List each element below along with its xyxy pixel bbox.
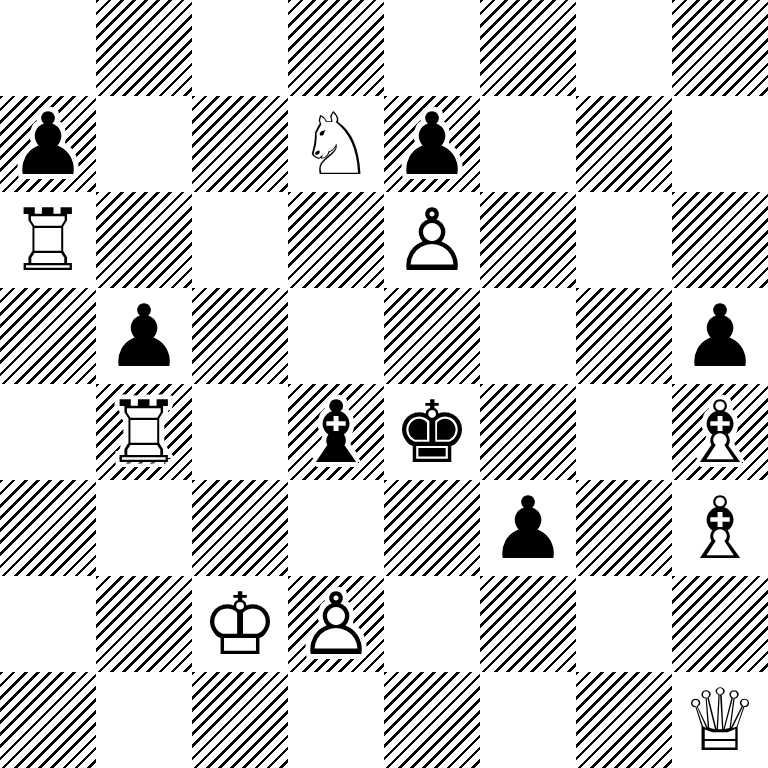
- square-a3[interactable]: [0, 480, 96, 576]
- square-a7[interactable]: ♟♟: [0, 96, 96, 192]
- piece-black-bishop[interactable]: ♝♝: [288, 384, 384, 480]
- square-f6[interactable]: [480, 192, 576, 288]
- square-c3[interactable]: [192, 480, 288, 576]
- square-e5[interactable]: [384, 288, 480, 384]
- square-c1[interactable]: [192, 672, 288, 768]
- piece-white-pawn[interactable]: ♟♙: [384, 192, 480, 288]
- square-d3[interactable]: [288, 480, 384, 576]
- square-e3[interactable]: [384, 480, 480, 576]
- piece-black-pawn[interactable]: ♟♟: [672, 288, 768, 384]
- piece-black-pawn[interactable]: ♟♟: [96, 288, 192, 384]
- square-e7[interactable]: ♟♟: [384, 96, 480, 192]
- square-b1[interactable]: [96, 672, 192, 768]
- black-pawn-glyph: ♟: [0, 96, 96, 192]
- square-g5[interactable]: [576, 288, 672, 384]
- white-king-glyph: ♔: [192, 576, 288, 672]
- square-f1[interactable]: [480, 672, 576, 768]
- square-a5[interactable]: [0, 288, 96, 384]
- square-g1[interactable]: [576, 672, 672, 768]
- square-e1[interactable]: [384, 672, 480, 768]
- square-d5[interactable]: [288, 288, 384, 384]
- white-rook-glyph: ♖: [96, 384, 192, 480]
- black-pawn-glyph: ♟: [96, 288, 192, 384]
- chess-diagram: ♟♟♞♘♟♟♜♖♟♙♟♟♟♟♜♖♝♝♚♚♝♗♟♟♝♗♚♔♟♙♛♕: [0, 0, 768, 768]
- piece-white-pawn[interactable]: ♟♙: [288, 576, 384, 672]
- square-g4[interactable]: [576, 384, 672, 480]
- square-h4[interactable]: ♝♗: [672, 384, 768, 480]
- square-b5[interactable]: ♟♟: [96, 288, 192, 384]
- square-b8[interactable]: [96, 0, 192, 96]
- square-b6[interactable]: [96, 192, 192, 288]
- white-queen-glyph: ♕: [672, 672, 768, 768]
- square-g2[interactable]: [576, 576, 672, 672]
- square-b7[interactable]: [96, 96, 192, 192]
- piece-white-queen[interactable]: ♛♕: [672, 672, 768, 768]
- square-a1[interactable]: [0, 672, 96, 768]
- square-d6[interactable]: [288, 192, 384, 288]
- square-d1[interactable]: [288, 672, 384, 768]
- square-c2[interactable]: ♚♔: [192, 576, 288, 672]
- square-h8[interactable]: [672, 0, 768, 96]
- white-pawn-glyph: ♙: [384, 192, 480, 288]
- square-d8[interactable]: [288, 0, 384, 96]
- square-f4[interactable]: [480, 384, 576, 480]
- square-f3[interactable]: ♟♟: [480, 480, 576, 576]
- black-pawn-glyph: ♟: [384, 96, 480, 192]
- square-b2[interactable]: [96, 576, 192, 672]
- piece-white-rook[interactable]: ♜♖: [96, 384, 192, 480]
- black-pawn-glyph: ♟: [672, 288, 768, 384]
- piece-black-pawn[interactable]: ♟♟: [384, 96, 480, 192]
- square-h5[interactable]: ♟♟: [672, 288, 768, 384]
- piece-white-knight[interactable]: ♞♘: [288, 96, 384, 192]
- square-a6[interactable]: ♜♖: [0, 192, 96, 288]
- chess-board: ♟♟♞♘♟♟♜♖♟♙♟♟♟♟♜♖♝♝♚♚♝♗♟♟♝♗♚♔♟♙♛♕: [0, 0, 768, 768]
- square-c4[interactable]: [192, 384, 288, 480]
- square-e6[interactable]: ♟♙: [384, 192, 480, 288]
- piece-black-pawn[interactable]: ♟♟: [480, 480, 576, 576]
- square-b3[interactable]: [96, 480, 192, 576]
- square-d7[interactable]: ♞♘: [288, 96, 384, 192]
- piece-black-king[interactable]: ♚♚: [384, 384, 480, 480]
- square-g6[interactable]: [576, 192, 672, 288]
- piece-black-pawn[interactable]: ♟♟: [0, 96, 96, 192]
- square-f8[interactable]: [480, 0, 576, 96]
- square-e8[interactable]: [384, 0, 480, 96]
- square-f2[interactable]: [480, 576, 576, 672]
- piece-white-rook[interactable]: ♜♖: [0, 192, 96, 288]
- square-h2[interactable]: [672, 576, 768, 672]
- piece-white-bishop[interactable]: ♝♗: [672, 384, 768, 480]
- black-bishop-glyph: ♝: [288, 384, 384, 480]
- square-a2[interactable]: [0, 576, 96, 672]
- piece-white-king[interactable]: ♚♔: [192, 576, 288, 672]
- square-g8[interactable]: [576, 0, 672, 96]
- white-rook-glyph: ♖: [0, 192, 96, 288]
- square-c5[interactable]: [192, 288, 288, 384]
- square-h7[interactable]: [672, 96, 768, 192]
- square-e2[interactable]: [384, 576, 480, 672]
- square-g3[interactable]: [576, 480, 672, 576]
- square-c8[interactable]: [192, 0, 288, 96]
- square-a8[interactable]: [0, 0, 96, 96]
- black-king-glyph: ♚: [384, 384, 480, 480]
- square-d2[interactable]: ♟♙: [288, 576, 384, 672]
- piece-white-bishop[interactable]: ♝♗: [672, 480, 768, 576]
- white-pawn-glyph: ♙: [288, 576, 384, 672]
- white-bishop-glyph: ♗: [672, 384, 768, 480]
- square-h3[interactable]: ♝♗: [672, 480, 768, 576]
- square-b4[interactable]: ♜♖: [96, 384, 192, 480]
- square-h6[interactable]: [672, 192, 768, 288]
- square-c7[interactable]: [192, 96, 288, 192]
- white-bishop-glyph: ♗: [672, 480, 768, 576]
- square-f5[interactable]: [480, 288, 576, 384]
- white-knight-glyph: ♘: [288, 96, 384, 192]
- square-a4[interactable]: [0, 384, 96, 480]
- black-pawn-glyph: ♟: [480, 480, 576, 576]
- square-f7[interactable]: [480, 96, 576, 192]
- square-e4[interactable]: ♚♚: [384, 384, 480, 480]
- square-c6[interactable]: [192, 192, 288, 288]
- square-g7[interactable]: [576, 96, 672, 192]
- square-h1[interactable]: ♛♕: [672, 672, 768, 768]
- square-d4[interactable]: ♝♝: [288, 384, 384, 480]
